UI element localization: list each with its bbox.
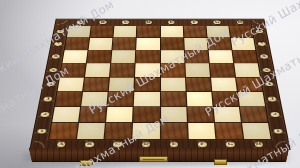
rank-label-right-8: 8: [255, 29, 265, 34]
rank-label-left-4: 4: [45, 81, 56, 86]
square-e2: [161, 107, 187, 122]
square-e7: [160, 38, 183, 50]
square-f8: [183, 26, 206, 37]
square-g1: [215, 123, 243, 139]
square-h3: [238, 92, 265, 107]
rank-label-right-4: 4: [264, 81, 275, 86]
square-b4: [83, 77, 109, 91]
square-f2: [187, 107, 214, 122]
file-label-top-c: C: [121, 20, 130, 24]
square-g3: [212, 92, 239, 107]
corner-carving-icon: [57, 20, 67, 25]
square-c8: [114, 26, 137, 37]
file-label-bottom-d: D: [140, 141, 151, 148]
square-f6: [184, 50, 208, 63]
square-a4: [58, 77, 85, 91]
square-h1: [242, 123, 271, 139]
square-f3: [186, 92, 212, 107]
square-c4: [109, 77, 134, 91]
square-b3: [81, 92, 108, 107]
square-h4: [236, 77, 263, 91]
file-label-top-a: A: [75, 20, 84, 24]
square-a2: [52, 107, 80, 122]
square-h2: [240, 107, 268, 122]
brass-hinge: [80, 160, 93, 166]
corner-carving-icon: [274, 141, 286, 148]
file-label-top-h: H: [235, 20, 244, 24]
brass-hinge: [214, 159, 227, 165]
square-a8: [67, 26, 91, 37]
square-a1: [49, 123, 78, 139]
file-label-top-d: D: [144, 20, 153, 24]
square-c3: [108, 92, 134, 107]
square-f1: [188, 123, 215, 139]
file-label-bottom-e: E: [169, 141, 180, 148]
rank-label-right-6: 6: [259, 54, 269, 59]
square-d2: [133, 107, 159, 122]
square-b8: [90, 26, 113, 37]
square-g5: [210, 64, 235, 77]
square-b2: [79, 107, 106, 122]
file-label-bottom-a: A: [55, 141, 67, 148]
square-b6: [87, 50, 112, 63]
square-c2: [106, 107, 133, 122]
square-d8: [137, 26, 159, 37]
square-b7: [89, 38, 113, 50]
fold-seam: [59, 77, 261, 78]
rank-label-right-3: 3: [267, 96, 278, 102]
square-d5: [135, 64, 159, 77]
file-label-top-f: F: [190, 20, 199, 24]
square-g6: [208, 50, 233, 63]
square-e8: [160, 26, 182, 37]
corner-carving-icon: [33, 141, 45, 148]
file-label-bottom-b: B: [84, 141, 95, 148]
square-a5: [60, 64, 86, 77]
square-g7: [207, 38, 231, 50]
square-c7: [113, 38, 137, 50]
corner-carving-icon: [253, 20, 263, 25]
file-labels-bottom: ABCDEFGH: [46, 140, 273, 148]
square-d4: [135, 77, 160, 91]
square-d1: [133, 123, 160, 139]
square-c1: [105, 123, 132, 139]
square-e5: [160, 64, 184, 77]
square-e4: [161, 77, 186, 91]
square-h6: [232, 50, 257, 63]
square-b1: [77, 123, 105, 139]
file-label-bottom-c: C: [112, 141, 123, 148]
rank-label-left-6: 6: [51, 54, 61, 59]
square-f5: [185, 64, 210, 77]
rank-label-left-3: 3: [42, 96, 53, 102]
square-h5: [234, 64, 260, 77]
square-g8: [206, 26, 229, 37]
square-c5: [110, 64, 135, 77]
rank-label-right-2: 2: [269, 112, 280, 118]
rank-label-left-2: 2: [39, 112, 50, 118]
square-g4: [211, 77, 237, 91]
square-a3: [55, 92, 82, 107]
board-grid: [48, 26, 272, 140]
square-h7: [231, 38, 256, 50]
square-d7: [137, 38, 160, 50]
photo-scene: ABCDEFGH ABCDEFGH 87654321 87654321 Русс…: [0, 0, 300, 168]
square-f7: [184, 38, 208, 50]
square-f4: [186, 77, 211, 91]
rank-label-right-5: 5: [262, 67, 272, 72]
square-d3: [134, 92, 159, 107]
rank-label-right-7: 7: [257, 41, 267, 46]
square-e6: [160, 50, 184, 63]
rank-label-right-1: 1: [272, 128, 284, 134]
file-label-top-g: G: [213, 20, 222, 24]
file-labels-top: ABCDEFGH: [68, 20, 252, 25]
file-label-top-e: E: [167, 20, 176, 24]
file-label-bottom-g: G: [225, 141, 236, 148]
brass-plaque: [139, 156, 168, 162]
file-label-bottom-h: H: [253, 141, 265, 148]
file-label-bottom-f: F: [197, 141, 208, 148]
square-h8: [229, 26, 253, 37]
square-a7: [65, 38, 90, 50]
rank-label-left-8: 8: [56, 29, 66, 34]
rank-label-left-5: 5: [48, 67, 58, 72]
square-e1: [161, 123, 188, 139]
rank-label-left-1: 1: [36, 128, 48, 134]
square-c6: [111, 50, 135, 63]
file-label-top-b: B: [98, 20, 107, 24]
rank-label-left-7: 7: [53, 41, 63, 46]
square-g2: [213, 107, 240, 122]
square-a6: [62, 50, 87, 63]
square-e3: [161, 92, 186, 107]
chess-board: ABCDEFGH ABCDEFGH 87654321 87654321: [29, 19, 290, 150]
square-d6: [136, 50, 160, 63]
square-b5: [85, 64, 110, 77]
